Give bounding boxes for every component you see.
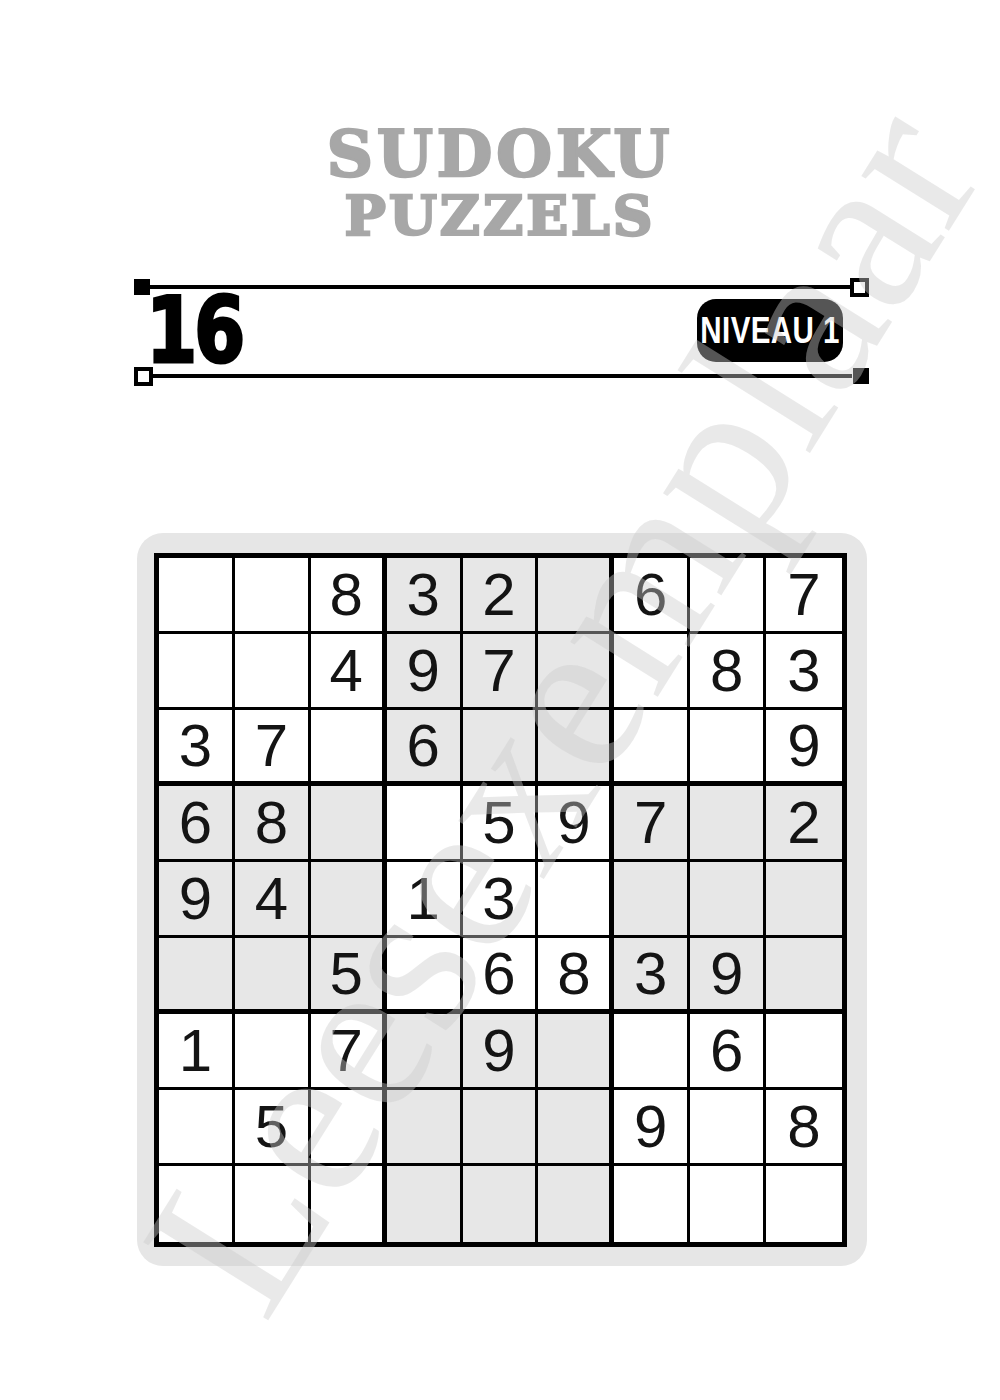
cell-r7c1: 1 bbox=[159, 1014, 235, 1090]
level-badge-label: NIVEAU 1 bbox=[700, 310, 839, 352]
cell-r3c6 bbox=[538, 710, 614, 786]
cell-r9c1 bbox=[159, 1166, 235, 1242]
header-rule-top bbox=[150, 285, 852, 289]
cell-r3c8 bbox=[690, 710, 766, 786]
cell-r3c2: 7 bbox=[235, 710, 311, 786]
page: SUDOKU PUZZELS 16 NIVEAU 1 8326749783376… bbox=[0, 0, 1000, 1400]
cell-r5c8 bbox=[690, 862, 766, 938]
cell-r2c3: 4 bbox=[311, 634, 387, 710]
cell-r3c4: 6 bbox=[387, 710, 463, 786]
cell-r4c9: 2 bbox=[766, 786, 842, 862]
cell-r8c6 bbox=[538, 1090, 614, 1166]
header-rule-bottom bbox=[150, 374, 852, 378]
cell-r9c2 bbox=[235, 1166, 311, 1242]
cell-r4c5: 5 bbox=[463, 786, 539, 862]
cell-r1c8 bbox=[690, 558, 766, 634]
rule-endpoint-hollow-bottom-left bbox=[134, 367, 153, 386]
cell-r5c3 bbox=[311, 862, 387, 938]
cell-r1c9: 7 bbox=[766, 558, 842, 634]
cell-r2c8: 8 bbox=[690, 634, 766, 710]
cell-r4c4 bbox=[387, 786, 463, 862]
cell-r8c3 bbox=[311, 1090, 387, 1166]
cell-r1c3: 8 bbox=[311, 558, 387, 634]
cell-r5c7 bbox=[614, 862, 690, 938]
cell-r8c4 bbox=[387, 1090, 463, 1166]
cell-r9c6 bbox=[538, 1166, 614, 1242]
cell-r7c3: 7 bbox=[311, 1014, 387, 1090]
cell-r7c6 bbox=[538, 1014, 614, 1090]
cell-r5c1: 9 bbox=[159, 862, 235, 938]
cell-r9c8 bbox=[690, 1166, 766, 1242]
cell-r7c5: 9 bbox=[463, 1014, 539, 1090]
cell-r8c2: 5 bbox=[235, 1090, 311, 1166]
cell-r7c4 bbox=[387, 1014, 463, 1090]
cell-r8c8 bbox=[690, 1090, 766, 1166]
cell-r5c4: 1 bbox=[387, 862, 463, 938]
cell-r6c4 bbox=[387, 938, 463, 1014]
cell-r6c2 bbox=[235, 938, 311, 1014]
cell-r8c5 bbox=[463, 1090, 539, 1166]
cell-r6c7: 3 bbox=[614, 938, 690, 1014]
cell-r2c1 bbox=[159, 634, 235, 710]
cell-r6c1 bbox=[159, 938, 235, 1014]
rule-endpoint-filled-bottom-right bbox=[853, 368, 869, 384]
cell-r6c5: 6 bbox=[463, 938, 539, 1014]
level-badge: NIVEAU 1 bbox=[697, 299, 843, 362]
cell-r2c2 bbox=[235, 634, 311, 710]
cell-r3c3 bbox=[311, 710, 387, 786]
cell-r1c1 bbox=[159, 558, 235, 634]
cell-r8c9: 8 bbox=[766, 1090, 842, 1166]
cell-r4c6: 9 bbox=[538, 786, 614, 862]
cell-r9c9 bbox=[766, 1166, 842, 1242]
cell-r1c4: 3 bbox=[387, 558, 463, 634]
cell-r6c3: 5 bbox=[311, 938, 387, 1014]
cell-r5c6 bbox=[538, 862, 614, 938]
cell-r1c7: 6 bbox=[614, 558, 690, 634]
cell-r9c7 bbox=[614, 1166, 690, 1242]
cell-r5c5: 3 bbox=[463, 862, 539, 938]
cell-r1c2 bbox=[235, 558, 311, 634]
cell-r2c7 bbox=[614, 634, 690, 710]
cell-r2c4: 9 bbox=[387, 634, 463, 710]
page-title: SUDOKU PUZZELS bbox=[0, 120, 1000, 244]
cell-r1c6 bbox=[538, 558, 614, 634]
cell-r3c7 bbox=[614, 710, 690, 786]
cell-r4c1: 6 bbox=[159, 786, 235, 862]
puzzle-number: 16 bbox=[146, 286, 242, 376]
cell-r7c8: 6 bbox=[690, 1014, 766, 1090]
rule-endpoint-hollow-top-right bbox=[850, 278, 869, 297]
cell-r9c5 bbox=[463, 1166, 539, 1242]
cell-r4c3 bbox=[311, 786, 387, 862]
cell-r3c5 bbox=[463, 710, 539, 786]
cell-r2c6 bbox=[538, 634, 614, 710]
cell-r6c6: 8 bbox=[538, 938, 614, 1014]
cell-r4c2: 8 bbox=[235, 786, 311, 862]
cell-r3c1: 3 bbox=[159, 710, 235, 786]
cell-r1c5: 2 bbox=[463, 558, 539, 634]
cell-r5c9 bbox=[766, 862, 842, 938]
cell-r9c3 bbox=[311, 1166, 387, 1242]
cell-r5c2: 4 bbox=[235, 862, 311, 938]
sudoku-grid: 832674978337696859729413568391796598 bbox=[154, 553, 847, 1247]
board-container: 832674978337696859729413568391796598 bbox=[137, 533, 867, 1266]
cell-r7c2 bbox=[235, 1014, 311, 1090]
cell-r3c9: 9 bbox=[766, 710, 842, 786]
cell-r7c7 bbox=[614, 1014, 690, 1090]
cell-r9c4 bbox=[387, 1166, 463, 1242]
cell-r2c5: 7 bbox=[463, 634, 539, 710]
title-line-1: SUDOKU bbox=[0, 120, 1000, 188]
cell-r2c9: 3 bbox=[766, 634, 842, 710]
cell-r4c7: 7 bbox=[614, 786, 690, 862]
title-line-2: PUZZELS bbox=[0, 188, 1000, 244]
cell-r7c9 bbox=[766, 1014, 842, 1090]
cell-r4c8 bbox=[690, 786, 766, 862]
cell-r8c1 bbox=[159, 1090, 235, 1166]
cell-r6c9 bbox=[766, 938, 842, 1014]
cell-r8c7: 9 bbox=[614, 1090, 690, 1166]
cell-r6c8: 9 bbox=[690, 938, 766, 1014]
